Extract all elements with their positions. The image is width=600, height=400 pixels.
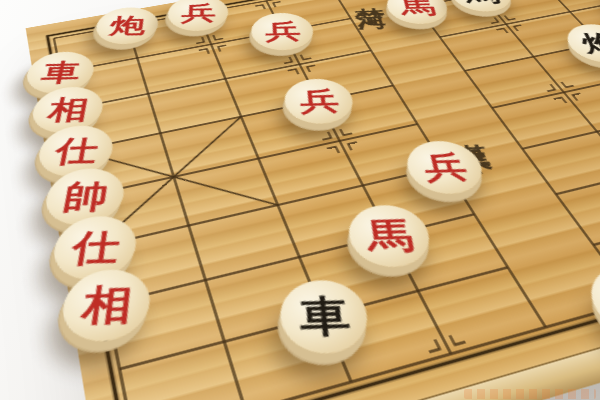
- piece-character: 仕: [69, 229, 121, 267]
- piece-black-chariot[interactable]: 車: [270, 272, 381, 364]
- piece-red-soldier[interactable]: 兵: [244, 9, 322, 56]
- piece-character: 相: [79, 283, 134, 325]
- piece-character: 相: [45, 96, 90, 123]
- piece-black-general[interactable]: 將: [590, 0, 600, 22]
- piece-character: 馬: [364, 217, 416, 254]
- piece-character: 車: [297, 294, 351, 337]
- piece-character: 兵: [180, 3, 216, 24]
- piece-character: 帥: [60, 180, 109, 214]
- piece-character: 兵: [420, 151, 470, 182]
- piece-character: 兵: [264, 20, 301, 42]
- piece-red-horse[interactable]: 馬: [378, 0, 457, 29]
- piece-character: 車: [39, 60, 82, 85]
- piece-red-soldier[interactable]: 兵: [276, 74, 363, 130]
- piece-character: 兵: [298, 88, 340, 115]
- watermark-fragment: [464, 389, 596, 399]
- piece-red-soldier[interactable]: 兵: [396, 135, 495, 201]
- board-pieces: 車相仕帥仕相炮兵兵兵馬兵馬兵炮車馬卒炮卒將士馬卒炮車象士象: [26, 0, 600, 400]
- photo-backdrop: 楚河 漢界 車相仕帥仕相炮兵兵兵馬兵馬兵炮車馬卒炮卒將士馬卒炮車象士象: [0, 0, 600, 400]
- piece-red-soldier[interactable]: 兵: [162, 0, 235, 36]
- piece-character: 炮: [577, 32, 600, 55]
- piece-red-horse[interactable]: 馬: [338, 198, 443, 275]
- piece-black-cannon[interactable]: 炮: [556, 20, 600, 68]
- piece-character: 炮: [108, 15, 146, 37]
- piece-red-soldier[interactable]: 兵: [575, 259, 600, 348]
- piece-black-horse[interactable]: 馬: [441, 0, 521, 16]
- piece-character: 馬: [398, 0, 438, 17]
- xiangqi-board: 楚河 漢界 車相仕帥仕相炮兵兵兵馬兵馬兵炮車馬卒炮卒將士馬卒炮車象士象: [26, 0, 600, 400]
- piece-red-cannon[interactable]: 炮: [92, 3, 164, 49]
- piece-character: 馬: [461, 0, 502, 5]
- piece-character: 仕: [52, 136, 99, 166]
